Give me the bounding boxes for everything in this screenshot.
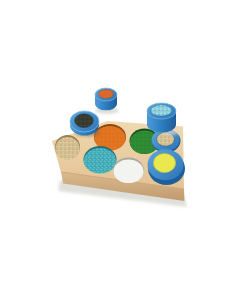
loose-cylinder-speckle-top[interactable] xyxy=(147,103,179,135)
hole-sand xyxy=(55,135,80,160)
scene xyxy=(0,0,239,284)
hole-turquoise xyxy=(84,146,117,174)
hole-white xyxy=(113,158,144,184)
product-photo xyxy=(0,0,239,284)
loose-cylinder-orange-top[interactable] xyxy=(95,88,119,114)
loose-cylinder-dark-top[interactable] xyxy=(70,111,101,136)
